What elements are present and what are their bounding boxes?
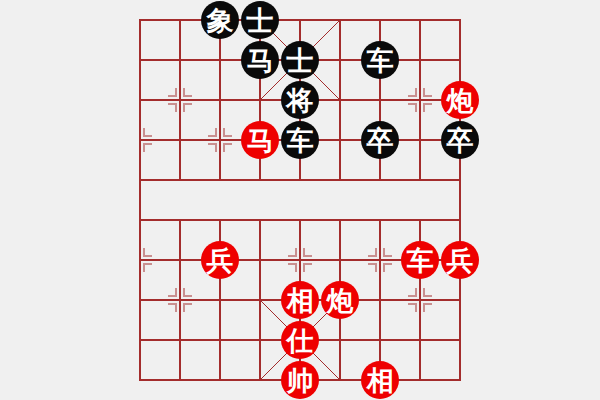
piece-red-advisor[interactable]: 仕 xyxy=(281,321,319,359)
piece-red-elephant[interactable]: 相 xyxy=(361,361,399,399)
piece-black-general[interactable]: 将 xyxy=(281,81,319,119)
piece-black-elephant[interactable]: 象 xyxy=(201,1,239,39)
piece-black-chariot[interactable]: 车 xyxy=(361,41,399,79)
piece-black-soldier[interactable]: 卒 xyxy=(361,121,399,159)
piece-black-chariot[interactable]: 车 xyxy=(281,121,319,159)
piece-red-cannon[interactable]: 炮 xyxy=(441,81,479,119)
piece-red-general[interactable]: 帅 xyxy=(281,361,319,399)
piece-black-horse[interactable]: 马 xyxy=(241,41,279,79)
piece-red-horse[interactable]: 马 xyxy=(241,121,279,159)
piece-red-cannon[interactable]: 炮 xyxy=(321,281,359,319)
piece-black-soldier[interactable]: 卒 xyxy=(441,121,479,159)
piece-red-soldier[interactable]: 兵 xyxy=(201,241,239,279)
xiangqi-board: 象士马士车将炮马车卒卒兵车兵相炮仕帅相 xyxy=(0,0,600,400)
piece-red-chariot[interactable]: 车 xyxy=(401,241,439,279)
piece-red-elephant[interactable]: 相 xyxy=(281,281,319,319)
piece-red-soldier[interactable]: 兵 xyxy=(441,241,479,279)
piece-black-advisor[interactable]: 士 xyxy=(281,41,319,79)
piece-black-advisor[interactable]: 士 xyxy=(241,1,279,39)
